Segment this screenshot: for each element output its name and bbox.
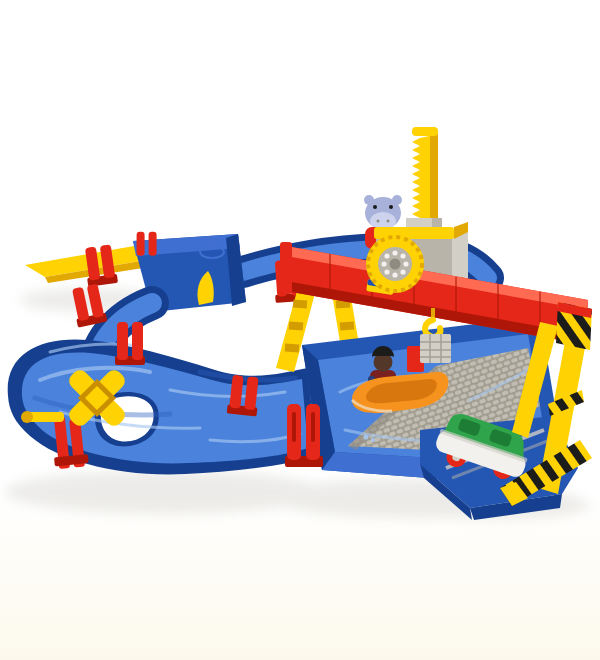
playset-illustration bbox=[0, 0, 600, 660]
container-gray bbox=[420, 334, 451, 363]
crank-wheel bbox=[366, 235, 424, 293]
product-photo bbox=[0, 0, 600, 660]
